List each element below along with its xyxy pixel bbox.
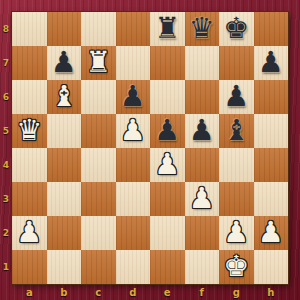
- square-b4[interactable]: [47, 148, 82, 182]
- square-g3[interactable]: [219, 182, 254, 216]
- black-bishop[interactable]: ♝: [223, 116, 249, 145]
- rank-label-6: 6: [0, 80, 12, 114]
- square-a1[interactable]: [12, 250, 47, 284]
- rank-label-5: 5: [0, 114, 12, 148]
- square-e8[interactable]: ♜: [150, 12, 185, 46]
- square-d1[interactable]: [116, 250, 151, 284]
- white-pawn[interactable]: ♟: [258, 218, 284, 247]
- file-label-a: a: [12, 284, 47, 300]
- file-label-b: b: [47, 284, 82, 300]
- square-a2[interactable]: ♟: [12, 216, 47, 250]
- square-h4[interactable]: [254, 148, 289, 182]
- square-a7[interactable]: [12, 46, 47, 80]
- black-pawn[interactable]: ♟: [154, 116, 180, 145]
- square-h5[interactable]: [254, 114, 289, 148]
- square-g1[interactable]: ♚: [219, 250, 254, 284]
- square-f1[interactable]: [185, 250, 220, 284]
- square-b6[interactable]: ♝: [47, 80, 82, 114]
- rank-labels: 87654321: [0, 12, 12, 284]
- black-rook[interactable]: ♜: [154, 14, 180, 43]
- white-pawn[interactable]: ♟: [120, 116, 146, 145]
- white-bishop[interactable]: ♝: [51, 82, 77, 111]
- square-e1[interactable]: [150, 250, 185, 284]
- square-e2[interactable]: [150, 216, 185, 250]
- square-a6[interactable]: [12, 80, 47, 114]
- square-a3[interactable]: [12, 182, 47, 216]
- square-f3[interactable]: ♟: [185, 182, 220, 216]
- square-b1[interactable]: [47, 250, 82, 284]
- white-pawn[interactable]: ♟: [189, 184, 215, 213]
- chess-diagram: 87654321 abcdefgh ♜♛♚♟♜♟♝♟♟♛♟♟♟♝♟♟♟♟♟♚: [0, 0, 300, 300]
- rank-label-7: 7: [0, 46, 12, 80]
- file-label-e: e: [150, 284, 185, 300]
- square-g4[interactable]: [219, 148, 254, 182]
- square-a8[interactable]: [12, 12, 47, 46]
- square-e6[interactable]: [150, 80, 185, 114]
- rank-label-3: 3: [0, 182, 12, 216]
- square-c2[interactable]: [81, 216, 116, 250]
- square-f5[interactable]: ♟: [185, 114, 220, 148]
- file-labels: abcdefgh: [12, 284, 288, 300]
- black-pawn[interactable]: ♟: [223, 82, 249, 111]
- square-c1[interactable]: [81, 250, 116, 284]
- square-f2[interactable]: [185, 216, 220, 250]
- white-pawn[interactable]: ♟: [154, 150, 180, 179]
- square-d8[interactable]: [116, 12, 151, 46]
- file-label-c: c: [81, 284, 116, 300]
- rank-label-4: 4: [0, 148, 12, 182]
- square-c3[interactable]: [81, 182, 116, 216]
- square-d7[interactable]: [116, 46, 151, 80]
- square-h2[interactable]: ♟: [254, 216, 289, 250]
- square-e5[interactable]: ♟: [150, 114, 185, 148]
- white-rook[interactable]: ♜: [85, 48, 111, 77]
- white-pawn[interactable]: ♟: [223, 218, 249, 247]
- square-c7[interactable]: ♜: [81, 46, 116, 80]
- file-label-d: d: [116, 284, 151, 300]
- square-c6[interactable]: [81, 80, 116, 114]
- square-a5[interactable]: ♛: [12, 114, 47, 148]
- square-b8[interactable]: [47, 12, 82, 46]
- square-d5[interactable]: ♟: [116, 114, 151, 148]
- file-label-g: g: [219, 284, 254, 300]
- square-e4[interactable]: ♟: [150, 148, 185, 182]
- black-pawn[interactable]: ♟: [120, 82, 146, 111]
- square-d2[interactable]: [116, 216, 151, 250]
- square-g7[interactable]: [219, 46, 254, 80]
- square-a4[interactable]: [12, 148, 47, 182]
- black-queen[interactable]: ♛: [189, 14, 215, 43]
- square-d4[interactable]: [116, 148, 151, 182]
- square-f4[interactable]: [185, 148, 220, 182]
- square-h3[interactable]: [254, 182, 289, 216]
- black-pawn[interactable]: ♟: [51, 48, 77, 77]
- square-f8[interactable]: ♛: [185, 12, 220, 46]
- rank-label-2: 2: [0, 216, 12, 250]
- square-h1[interactable]: [254, 250, 289, 284]
- white-king[interactable]: ♚: [223, 252, 249, 281]
- square-c8[interactable]: [81, 12, 116, 46]
- rank-label-8: 8: [0, 12, 12, 46]
- black-pawn[interactable]: ♟: [258, 48, 284, 77]
- square-e7[interactable]: [150, 46, 185, 80]
- square-h6[interactable]: [254, 80, 289, 114]
- square-h7[interactable]: ♟: [254, 46, 289, 80]
- square-f7[interactable]: [185, 46, 220, 80]
- white-pawn[interactable]: ♟: [16, 218, 42, 247]
- rank-label-1: 1: [0, 250, 12, 284]
- file-label-h: h: [254, 284, 289, 300]
- square-c4[interactable]: [81, 148, 116, 182]
- square-b5[interactable]: [47, 114, 82, 148]
- square-g6[interactable]: ♟: [219, 80, 254, 114]
- square-b2[interactable]: [47, 216, 82, 250]
- square-g5[interactable]: ♝: [219, 114, 254, 148]
- square-d3[interactable]: [116, 182, 151, 216]
- white-queen[interactable]: ♛: [16, 116, 42, 145]
- square-f6[interactable]: [185, 80, 220, 114]
- square-b7[interactable]: ♟: [47, 46, 82, 80]
- square-b3[interactable]: [47, 182, 82, 216]
- square-d6[interactable]: ♟: [116, 80, 151, 114]
- square-g2[interactable]: ♟: [219, 216, 254, 250]
- black-pawn[interactable]: ♟: [189, 116, 215, 145]
- square-g8[interactable]: ♚: [219, 12, 254, 46]
- chess-board: ♜♛♚♟♜♟♝♟♟♛♟♟♟♝♟♟♟♟♟♚: [12, 12, 288, 284]
- black-king[interactable]: ♚: [223, 14, 249, 43]
- square-c5[interactable]: [81, 114, 116, 148]
- square-h8[interactable]: [254, 12, 289, 46]
- file-label-f: f: [185, 284, 220, 300]
- square-e3[interactable]: [150, 182, 185, 216]
